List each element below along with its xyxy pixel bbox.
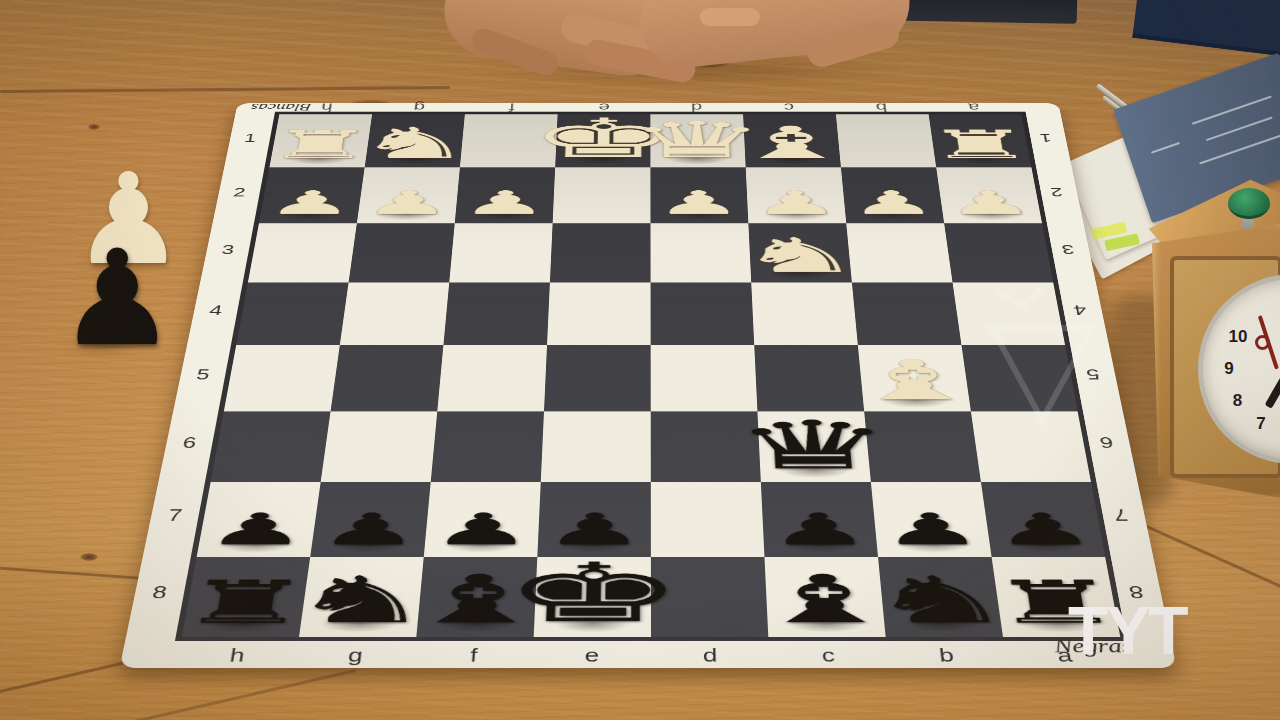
video-frame: 109876 ♟ ♟ 12345678 12345678 hgfedcba hg…	[0, 0, 1280, 720]
vignette	[0, 0, 1280, 720]
